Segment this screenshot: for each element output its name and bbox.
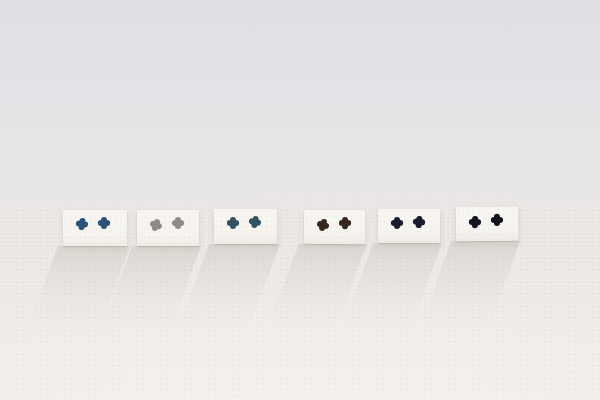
stud-earring bbox=[319, 221, 326, 228]
stud-earring bbox=[79, 221, 86, 228]
product-photo bbox=[0, 0, 600, 400]
stud-earring bbox=[416, 219, 423, 226]
stud-earring bbox=[342, 220, 348, 226]
stud-earring bbox=[472, 219, 478, 225]
stud-earring bbox=[251, 218, 258, 225]
stud-earring bbox=[101, 220, 107, 226]
stud-earring bbox=[494, 217, 500, 223]
earring-card-4 bbox=[304, 210, 365, 244]
earring-card-1 bbox=[63, 210, 127, 246]
stud-earring bbox=[230, 220, 236, 226]
stud-earring bbox=[394, 220, 400, 226]
stud-earring bbox=[175, 220, 181, 226]
stud-earring bbox=[152, 221, 160, 229]
earring-card-2 bbox=[137, 210, 199, 246]
earring-cards-row bbox=[0, 0, 600, 400]
earring-card-6 bbox=[456, 207, 518, 241]
earring-card-3 bbox=[214, 209, 277, 244]
earring-card-5 bbox=[378, 209, 440, 243]
